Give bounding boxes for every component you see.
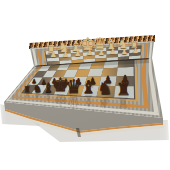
chess-set-product-photo: ♜♞♝♛♚♝♞♜♟♟♟♟♟♟♟♟♟♟♟♟♟♟♟♟♟♟♟♟♟♟♟♟♜♜♞♞♝♝♛♛… [0, 0, 170, 170]
scene: ♜♞♝♛♚♝♞♜♟♟♟♟♟♟♟♟♟♟♟♟♟♟♟♟♟♟♟♟♟♟♟♟♜♜♞♞♝♝♛♛… [0, 0, 170, 170]
